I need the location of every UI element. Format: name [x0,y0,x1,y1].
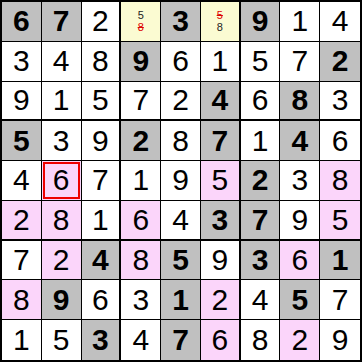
cell-r7c1[interactable]: 7 [2,241,42,281]
pencil-mark-8: 8 [217,21,223,33]
cell-r7c4[interactable]: 8 [121,241,161,281]
cell-r7c5[interactable]: 5 [161,241,201,281]
cell-r8c5[interactable]: 1 [161,280,201,320]
cell-r6c6[interactable]: 3 [201,201,241,241]
cell-r7c8[interactable]: 6 [280,241,320,281]
cell-r2c7[interactable]: 5 [241,42,281,82]
cell-r2c6[interactable]: 1 [201,42,241,82]
cell-r1c4[interactable]: 58 [121,2,161,42]
cell-r2c3[interactable]: 8 [82,42,122,82]
cell-r3c5[interactable]: 2 [161,82,201,122]
cell-r6c8[interactable]: 9 [280,201,320,241]
cell-r5c1[interactable]: 4 [2,161,42,201]
cell-r9c4[interactable]: 4 [121,320,161,360]
cell-r5c4[interactable]: 1 [121,161,161,201]
cell-r1c6[interactable]: 58 [201,2,241,42]
cell-r6c2[interactable]: 8 [42,201,82,241]
cell-r4c7[interactable]: 1 [241,121,281,161]
cell-r9c3[interactable]: 3 [82,320,122,360]
cell-r6c4[interactable]: 6 [121,201,161,241]
cell-r4c8[interactable]: 4 [280,121,320,161]
cell-r1c1[interactable]: 6 [2,2,42,42]
cell-r3c1[interactable]: 9 [2,82,42,122]
cell-r5c7[interactable]: 2 [241,161,281,201]
cell-r4c1[interactable]: 5 [2,121,42,161]
cell-r4c5[interactable]: 8 [161,121,201,161]
cell-r7c9[interactable]: 1 [320,241,360,281]
struck-pencil-mark-8: 8 [138,21,144,33]
cell-r5c6[interactable]: 5 [201,161,241,201]
cell-r3c7[interactable]: 6 [241,82,281,122]
cell-r8c7[interactable]: 4 [241,280,281,320]
pencil-mark-5: 5 [138,9,144,21]
cell-r3c4[interactable]: 7 [121,82,161,122]
cell-r3c6[interactable]: 4 [201,82,241,122]
cell-r1c9[interactable]: 4 [320,2,360,42]
cell-r8c9[interactable]: 7 [320,280,360,320]
cell-r6c3[interactable]: 1 [82,201,122,241]
cell-r5c5[interactable]: 9 [161,161,201,201]
cell-r8c1[interactable]: 8 [2,280,42,320]
cell-r1c8[interactable]: 1 [280,2,320,42]
cell-r4c9[interactable]: 6 [320,121,360,161]
cell-r2c4[interactable]: 9 [121,42,161,82]
cell-r2c5[interactable]: 6 [161,42,201,82]
cell-r6c9[interactable]: 5 [320,201,360,241]
cell-r8c3[interactable]: 6 [82,280,122,320]
cell-r2c2[interactable]: 4 [42,42,82,82]
cell-r1c3[interactable]: 2 [82,2,122,42]
cell-r8c2[interactable]: 9 [42,280,82,320]
cell-r5c3[interactable]: 7 [82,161,122,201]
cell-r9c2[interactable]: 5 [42,320,82,360]
cell-r8c4[interactable]: 3 [121,280,161,320]
cell-r3c3[interactable]: 5 [82,82,122,122]
cell-r1c2[interactable]: 7 [42,2,82,42]
cell-r2c1[interactable]: 3 [2,42,42,82]
cell-r3c8[interactable]: 8 [280,82,320,122]
cell-r4c3[interactable]: 9 [82,121,122,161]
cell-r9c5[interactable]: 7 [161,320,201,360]
cell-r4c2[interactable]: 3 [42,121,82,161]
cell-r8c6[interactable]: 2 [201,280,241,320]
cell-r9c1[interactable]: 1 [2,320,42,360]
cell-r9c6[interactable]: 6 [201,320,241,360]
cell-r8c8[interactable]: 5 [280,280,320,320]
cell-r7c3[interactable]: 4 [82,241,122,281]
cell-r1c5[interactable]: 3 [161,2,201,42]
cell-r1c7[interactable]: 9 [241,2,281,42]
cell-r6c1[interactable]: 2 [2,201,42,241]
cell-r3c2[interactable]: 1 [42,82,82,122]
cell-r9c8[interactable]: 2 [280,320,320,360]
cell-r5c8[interactable]: 3 [280,161,320,201]
cell-r2c9[interactable]: 2 [320,42,360,82]
cell-r6c7[interactable]: 7 [241,201,281,241]
cell-r7c7[interactable]: 3 [241,241,281,281]
cell-r5c2[interactable]: 6 [42,161,82,201]
cell-r9c7[interactable]: 8 [241,320,281,360]
cell-r2c8[interactable]: 7 [280,42,320,82]
cell-r4c6[interactable]: 7 [201,121,241,161]
cell-r3c9[interactable]: 3 [320,82,360,122]
cell-r7c2[interactable]: 2 [42,241,82,281]
cell-r7c6[interactable]: 9 [201,241,241,281]
cell-r9c9[interactable]: 9 [320,320,360,360]
sudoku-board: 6725835891434896157291572468353928714646… [0,0,362,362]
cell-r6c5[interactable]: 4 [161,201,201,241]
struck-pencil-mark-5: 5 [217,9,223,21]
cell-r4c4[interactable]: 2 [121,121,161,161]
cell-r5c9[interactable]: 8 [320,161,360,201]
